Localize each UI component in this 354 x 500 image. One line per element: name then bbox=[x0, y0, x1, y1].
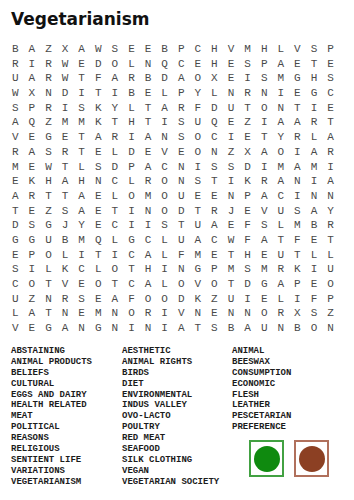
grid-cell[interactable]: N bbox=[173, 160, 190, 175]
grid-cell[interactable]: L bbox=[306, 130, 323, 145]
grid-cell[interactable]: A bbox=[140, 160, 157, 175]
grid-cell[interactable]: U bbox=[223, 101, 240, 116]
grid-cell[interactable]: E bbox=[173, 145, 190, 160]
grid-cell[interactable]: A bbox=[7, 189, 24, 204]
grid-cell[interactable]: A bbox=[206, 218, 223, 233]
grid-cell[interactable]: W bbox=[90, 42, 107, 57]
grid-cell[interactable]: D bbox=[173, 204, 190, 219]
grid-cell[interactable]: T bbox=[73, 71, 90, 86]
grid-cell[interactable]: J bbox=[57, 218, 74, 233]
grid-cell[interactable]: E bbox=[223, 218, 240, 233]
grid-cell[interactable]: T bbox=[306, 57, 323, 72]
grid-cell[interactable]: M bbox=[140, 189, 157, 204]
grid-cell[interactable]: L bbox=[123, 174, 140, 189]
grid-cell[interactable]: P bbox=[173, 86, 190, 101]
grid-cell[interactable]: R bbox=[289, 130, 306, 145]
grid-cell[interactable]: L bbox=[107, 145, 124, 160]
grid-cell[interactable]: I bbox=[156, 115, 173, 130]
grid-cell[interactable]: T bbox=[90, 248, 107, 263]
grid-cell[interactable]: E bbox=[90, 204, 107, 219]
grid-cell[interactable]: L bbox=[156, 233, 173, 248]
grid-cell[interactable]: I bbox=[306, 174, 323, 189]
grid-cell[interactable]: E bbox=[322, 57, 339, 72]
grid-cell[interactable]: N bbox=[90, 174, 107, 189]
grid-cell[interactable]: S bbox=[73, 101, 90, 116]
grid-cell[interactable]: O bbox=[156, 189, 173, 204]
grid-cell[interactable]: G bbox=[256, 277, 273, 292]
grid-cell[interactable]: Z bbox=[239, 115, 256, 130]
grid-cell[interactable]: C bbox=[322, 86, 339, 101]
grid-cell[interactable]: D bbox=[57, 86, 74, 101]
grid-cell[interactable]: O bbox=[107, 262, 124, 277]
grid-cell[interactable]: A bbox=[24, 145, 41, 160]
grid-cell[interactable]: C bbox=[123, 248, 140, 263]
grid-cell[interactable]: S bbox=[306, 306, 323, 321]
grid-cell[interactable]: A bbox=[24, 42, 41, 57]
grid-cell[interactable]: X bbox=[289, 306, 306, 321]
grid-cell[interactable]: R bbox=[322, 145, 339, 160]
grid-cell[interactable]: Q bbox=[24, 115, 41, 130]
grid-cell[interactable]: I bbox=[256, 160, 273, 175]
grid-cell[interactable]: S bbox=[206, 321, 223, 336]
grid-cell[interactable]: O bbox=[190, 130, 207, 145]
grid-cell[interactable]: A bbox=[7, 115, 24, 130]
grid-cell[interactable]: I bbox=[140, 218, 157, 233]
grid-cell[interactable]: D bbox=[173, 292, 190, 307]
grid-cell[interactable]: L bbox=[123, 57, 140, 72]
grid-cell[interactable]: N bbox=[223, 306, 240, 321]
grid-cell[interactable]: R bbox=[123, 71, 140, 86]
grid-cell[interactable]: W bbox=[40, 160, 57, 175]
grid-cell[interactable]: E bbox=[73, 306, 90, 321]
grid-cell[interactable]: I bbox=[123, 130, 140, 145]
grid-cell[interactable]: R bbox=[140, 306, 157, 321]
green-marker-button[interactable] bbox=[249, 440, 284, 477]
grid-cell[interactable]: U bbox=[322, 262, 339, 277]
grid-cell[interactable]: E bbox=[7, 174, 24, 189]
grid-cell[interactable]: B bbox=[306, 218, 323, 233]
grid-cell[interactable]: R bbox=[206, 204, 223, 219]
grid-cell[interactable]: V bbox=[190, 277, 207, 292]
grid-cell[interactable]: U bbox=[7, 292, 24, 307]
grid-cell[interactable]: N bbox=[206, 145, 223, 160]
grid-cell[interactable]: N bbox=[239, 306, 256, 321]
grid-cell[interactable]: K bbox=[289, 262, 306, 277]
grid-cell[interactable]: X bbox=[206, 71, 223, 86]
grid-cell[interactable]: N bbox=[40, 86, 57, 101]
grid-cell[interactable]: S bbox=[206, 160, 223, 175]
grid-cell[interactable]: A bbox=[289, 115, 306, 130]
grid-cell[interactable]: B bbox=[140, 71, 157, 86]
grid-cell[interactable]: N bbox=[273, 101, 290, 116]
grid-cell[interactable]: P bbox=[289, 277, 306, 292]
grid-cell[interactable]: O bbox=[123, 189, 140, 204]
grid-cell[interactable]: I bbox=[289, 145, 306, 160]
grid-cell[interactable]: N bbox=[107, 321, 124, 336]
grid-cell[interactable]: I bbox=[239, 71, 256, 86]
grid-cell[interactable]: S bbox=[223, 160, 240, 175]
grid-cell[interactable]: X bbox=[24, 86, 41, 101]
grid-cell[interactable]: O bbox=[190, 145, 207, 160]
grid-cell[interactable]: E bbox=[206, 248, 223, 263]
grid-cell[interactable]: O bbox=[256, 101, 273, 116]
grid-cell[interactable]: S bbox=[289, 204, 306, 219]
grid-cell[interactable]: R bbox=[57, 292, 74, 307]
grid-cell[interactable]: S bbox=[7, 101, 24, 116]
grid-cell[interactable]: M bbox=[190, 248, 207, 263]
grid-cell[interactable]: T bbox=[57, 189, 74, 204]
grid-cell[interactable]: E bbox=[223, 57, 240, 72]
grid-cell[interactable]: A bbox=[322, 174, 339, 189]
grid-cell[interactable]: U bbox=[273, 248, 290, 263]
grid-cell[interactable]: N bbox=[73, 321, 90, 336]
grid-cell[interactable]: T bbox=[239, 101, 256, 116]
grid-cell[interactable]: P bbox=[123, 160, 140, 175]
grid-cell[interactable]: E bbox=[140, 42, 157, 57]
grid-cell[interactable]: R bbox=[7, 57, 24, 72]
grid-cell[interactable]: E bbox=[24, 130, 41, 145]
grid-cell[interactable]: G bbox=[123, 233, 140, 248]
grid-cell[interactable]: T bbox=[223, 277, 240, 292]
grid-cell[interactable]: D bbox=[156, 71, 173, 86]
grid-cell[interactable]: E bbox=[73, 57, 90, 72]
grid-cell[interactable]: G bbox=[289, 71, 306, 86]
grid-cell[interactable]: I bbox=[73, 248, 90, 263]
grid-cell[interactable]: V bbox=[57, 277, 74, 292]
grid-cell[interactable]: D bbox=[239, 277, 256, 292]
grid-cell[interactable]: A bbox=[57, 321, 74, 336]
grid-cell[interactable]: V bbox=[173, 306, 190, 321]
grid-cell[interactable]: A bbox=[173, 321, 190, 336]
grid-cell[interactable]: E bbox=[24, 204, 41, 219]
grid-cell[interactable]: D bbox=[90, 57, 107, 72]
grid-cell[interactable]: U bbox=[190, 115, 207, 130]
grid-cell[interactable]: B bbox=[57, 233, 74, 248]
grid-cell[interactable]: M bbox=[273, 160, 290, 175]
grid-cell[interactable]: S bbox=[322, 71, 339, 86]
grid-cell[interactable]: S bbox=[306, 42, 323, 57]
grid-cell[interactable]: E bbox=[239, 204, 256, 219]
grid-cell[interactable]: I bbox=[123, 204, 140, 219]
grid-cell[interactable]: E bbox=[90, 292, 107, 307]
grid-cell[interactable]: N bbox=[322, 321, 339, 336]
grid-cell[interactable]: B bbox=[7, 42, 24, 57]
grid-cell[interactable]: N bbox=[256, 86, 273, 101]
grid-cell[interactable]: E bbox=[140, 86, 157, 101]
grid-cell[interactable]: E bbox=[90, 218, 107, 233]
grid-cell[interactable]: C bbox=[190, 42, 207, 57]
grid-cell[interactable]: A bbox=[322, 130, 339, 145]
grid-cell[interactable]: A bbox=[90, 130, 107, 145]
grid-cell[interactable]: M bbox=[306, 160, 323, 175]
grid-cell[interactable]: T bbox=[173, 218, 190, 233]
grid-cell[interactable]: Z bbox=[206, 292, 223, 307]
grid-cell[interactable]: E bbox=[140, 145, 157, 160]
grid-cell[interactable]: E bbox=[223, 71, 240, 86]
grid-cell[interactable]: T bbox=[322, 233, 339, 248]
grid-cell[interactable]: T bbox=[40, 277, 57, 292]
grid-cell[interactable]: S bbox=[57, 204, 74, 219]
grid-cell[interactable]: A bbox=[73, 42, 90, 57]
grid-cell[interactable]: E bbox=[206, 306, 223, 321]
grid-cell[interactable]: A bbox=[256, 189, 273, 204]
grid-cell[interactable]: C bbox=[107, 174, 124, 189]
grid-cell[interactable]: N bbox=[289, 174, 306, 189]
grid-cell[interactable]: S bbox=[190, 174, 207, 189]
grid-cell[interactable]: A bbox=[24, 306, 41, 321]
grid-cell[interactable]: G bbox=[7, 233, 24, 248]
grid-cell[interactable]: L bbox=[156, 86, 173, 101]
grid-cell[interactable]: G bbox=[24, 233, 41, 248]
grid-cell[interactable]: T bbox=[190, 204, 207, 219]
grid-cell[interactable]: P bbox=[206, 262, 223, 277]
grid-cell[interactable]: I bbox=[24, 57, 41, 72]
grid-cell[interactable]: W bbox=[57, 57, 74, 72]
grid-cell[interactable]: I bbox=[289, 292, 306, 307]
grid-cell[interactable]: O bbox=[156, 204, 173, 219]
grid-cell[interactable]: I bbox=[73, 86, 90, 101]
grid-cell[interactable]: H bbox=[40, 174, 57, 189]
grid-cell[interactable]: Y bbox=[322, 204, 339, 219]
grid-cell[interactable]: C bbox=[107, 218, 124, 233]
grid-cell[interactable]: L bbox=[7, 306, 24, 321]
grid-cell[interactable]: F bbox=[239, 233, 256, 248]
grid-cell[interactable]: E bbox=[256, 248, 273, 263]
grid-cell[interactable]: A bbox=[57, 174, 74, 189]
grid-cell[interactable]: S bbox=[24, 218, 41, 233]
grid-cell[interactable]: D bbox=[123, 145, 140, 160]
grid-cell[interactable]: D bbox=[206, 101, 223, 116]
grid-cell[interactable]: I bbox=[273, 86, 290, 101]
grid-cell[interactable]: F bbox=[289, 233, 306, 248]
grid-cell[interactable]: E bbox=[239, 130, 256, 145]
grid-cell[interactable]: W bbox=[223, 233, 240, 248]
grid-cell[interactable]: N bbox=[140, 321, 157, 336]
grid-cell[interactable]: O bbox=[156, 174, 173, 189]
grid-cell[interactable]: Q bbox=[90, 233, 107, 248]
grid-cell[interactable]: O bbox=[322, 277, 339, 292]
grid-cell[interactable]: C bbox=[7, 277, 24, 292]
grid-cell[interactable]: L bbox=[156, 277, 173, 292]
grid-cell[interactable]: I bbox=[57, 101, 74, 116]
grid-cell[interactable]: V bbox=[156, 145, 173, 160]
grid-cell[interactable]: L bbox=[107, 233, 124, 248]
grid-cell[interactable]: T bbox=[223, 248, 240, 263]
grid-cell[interactable]: D bbox=[239, 160, 256, 175]
grid-cell[interactable]: R bbox=[140, 174, 157, 189]
grid-cell[interactable]: G bbox=[90, 321, 107, 336]
grid-cell[interactable]: U bbox=[223, 292, 240, 307]
grid-cell[interactable]: F bbox=[123, 292, 140, 307]
grid-cell[interactable]: N bbox=[273, 321, 290, 336]
grid-cell[interactable]: C bbox=[273, 189, 290, 204]
grid-cell[interactable]: M bbox=[273, 71, 290, 86]
grid-cell[interactable]: T bbox=[73, 130, 90, 145]
grid-cell[interactable]: R bbox=[40, 101, 57, 116]
grid-cell[interactable]: A bbox=[140, 130, 157, 145]
grid-cell[interactable]: N bbox=[173, 174, 190, 189]
grid-cell[interactable]: O bbox=[107, 57, 124, 72]
grid-cell[interactable]: L bbox=[90, 262, 107, 277]
grid-cell[interactable]: E bbox=[190, 189, 207, 204]
grid-cell[interactable]: T bbox=[57, 160, 74, 175]
grid-cell[interactable]: S bbox=[107, 42, 124, 57]
grid-cell[interactable]: P bbox=[239, 189, 256, 204]
grid-cell[interactable]: A bbox=[140, 277, 157, 292]
grid-cell[interactable]: U bbox=[173, 233, 190, 248]
grid-cell[interactable]: N bbox=[306, 189, 323, 204]
grid-cell[interactable]: S bbox=[239, 262, 256, 277]
grid-cell[interactable]: U bbox=[256, 321, 273, 336]
grid-cell[interactable]: A bbox=[173, 71, 190, 86]
grid-cell[interactable]: R bbox=[306, 115, 323, 130]
grid-cell[interactable]: Z bbox=[40, 115, 57, 130]
grid-cell[interactable]: L bbox=[273, 42, 290, 57]
grid-cell[interactable]: T bbox=[123, 262, 140, 277]
grid-cell[interactable]: O bbox=[140, 292, 157, 307]
grid-cell[interactable]: I bbox=[256, 115, 273, 130]
grid-cell[interactable]: M bbox=[90, 306, 107, 321]
grid-cell[interactable]: E bbox=[256, 292, 273, 307]
grid-cell[interactable]: O bbox=[206, 277, 223, 292]
grid-cell[interactable]: B bbox=[289, 321, 306, 336]
grid-cell[interactable]: L bbox=[107, 189, 124, 204]
grid-cell[interactable]: E bbox=[73, 277, 90, 292]
grid-cell[interactable]: I bbox=[107, 248, 124, 263]
grid-cell[interactable]: E bbox=[123, 42, 140, 57]
grid-cell[interactable]: E bbox=[57, 130, 74, 145]
grid-cell[interactable]: L bbox=[322, 248, 339, 263]
grid-cell[interactable]: N bbox=[223, 189, 240, 204]
grid-cell[interactable]: I bbox=[190, 160, 207, 175]
grid-cell[interactable]: A bbox=[289, 160, 306, 175]
grid-cell[interactable]: E bbox=[289, 57, 306, 72]
grid-cell[interactable]: L bbox=[156, 248, 173, 263]
grid-cell[interactable]: V bbox=[7, 130, 24, 145]
grid-cell[interactable]: S bbox=[156, 218, 173, 233]
grid-cell[interactable]: T bbox=[140, 101, 157, 116]
grid-cell[interactable]: M bbox=[57, 115, 74, 130]
grid-cell[interactable]: J bbox=[223, 204, 240, 219]
grid-cell[interactable]: P bbox=[24, 101, 41, 116]
grid-cell[interactable]: K bbox=[24, 174, 41, 189]
grid-cell[interactable]: Z bbox=[223, 145, 240, 160]
grid-cell[interactable]: U bbox=[273, 204, 290, 219]
grid-cell[interactable]: V bbox=[289, 42, 306, 57]
grid-cell[interactable]: E bbox=[90, 189, 107, 204]
grid-cell[interactable]: P bbox=[322, 42, 339, 57]
grid-cell[interactable]: X bbox=[57, 42, 74, 57]
grid-cell[interactable]: Z bbox=[40, 42, 57, 57]
grid-cell[interactable]: N bbox=[140, 57, 157, 72]
grid-cell[interactable]: O bbox=[90, 277, 107, 292]
grid-cell[interactable]: I bbox=[107, 86, 124, 101]
grid-cell[interactable]: R bbox=[40, 57, 57, 72]
grid-cell[interactable]: E bbox=[190, 57, 207, 72]
grid-cell[interactable]: V bbox=[256, 204, 273, 219]
grid-cell[interactable]: R bbox=[57, 145, 74, 160]
grid-cell[interactable]: W bbox=[57, 71, 74, 86]
grid-cell[interactable]: R bbox=[273, 306, 290, 321]
grid-cell[interactable]: E bbox=[90, 145, 107, 160]
grid-cell[interactable]: Q bbox=[156, 57, 173, 72]
grid-cell[interactable]: I bbox=[239, 292, 256, 307]
grid-cell[interactable]: I bbox=[223, 174, 240, 189]
grid-cell[interactable]: T bbox=[256, 130, 273, 145]
grid-cell[interactable]: D bbox=[7, 218, 24, 233]
grid-cell[interactable]: N bbox=[156, 130, 173, 145]
grid-cell[interactable]: F bbox=[173, 248, 190, 263]
grid-cell[interactable]: L bbox=[40, 262, 57, 277]
grid-cell[interactable]: C bbox=[206, 233, 223, 248]
grid-cell[interactable]: F bbox=[90, 71, 107, 86]
grid-cell[interactable]: A bbox=[256, 233, 273, 248]
grid-cell[interactable]: T bbox=[273, 233, 290, 248]
grid-cell[interactable]: L bbox=[306, 248, 323, 263]
grid-cell[interactable]: I bbox=[123, 321, 140, 336]
grid-cell[interactable]: T bbox=[73, 145, 90, 160]
grid-cell[interactable]: S bbox=[256, 218, 273, 233]
grid-cell[interactable]: H bbox=[206, 57, 223, 72]
grid-cell[interactable]: R bbox=[173, 101, 190, 116]
grid-cell[interactable]: P bbox=[322, 292, 339, 307]
grid-cell[interactable]: H bbox=[256, 42, 273, 57]
grid-cell[interactable]: I bbox=[156, 321, 173, 336]
grid-cell[interactable]: T bbox=[289, 248, 306, 263]
grid-cell[interactable]: E bbox=[7, 248, 24, 263]
grid-cell[interactable]: Z bbox=[322, 306, 339, 321]
grid-cell[interactable]: R bbox=[273, 262, 290, 277]
grid-cell[interactable]: N bbox=[223, 86, 240, 101]
grid-cell[interactable]: I bbox=[156, 306, 173, 321]
grid-cell[interactable]: O bbox=[156, 292, 173, 307]
grid-cell[interactable]: A bbox=[140, 248, 157, 263]
grid-cell[interactable]: A bbox=[73, 189, 90, 204]
grid-cell[interactable]: L bbox=[123, 101, 140, 116]
grid-cell[interactable]: C bbox=[156, 160, 173, 175]
grid-cell[interactable]: C bbox=[140, 233, 157, 248]
grid-cell[interactable]: C bbox=[73, 262, 90, 277]
grid-cell[interactable]: M bbox=[73, 233, 90, 248]
grid-cell[interactable]: U bbox=[40, 233, 57, 248]
grid-cell[interactable]: F bbox=[306, 292, 323, 307]
grid-cell[interactable]: S bbox=[90, 160, 107, 175]
grid-cell[interactable]: S bbox=[256, 71, 273, 86]
grid-cell[interactable]: R bbox=[24, 189, 41, 204]
grid-cell[interactable]: I bbox=[322, 160, 339, 175]
grid-cell[interactable]: P bbox=[173, 42, 190, 57]
grid-cell[interactable]: O bbox=[173, 277, 190, 292]
grid-cell[interactable]: A bbox=[73, 204, 90, 219]
grid-cell[interactable]: S bbox=[239, 57, 256, 72]
grid-cell[interactable]: I bbox=[289, 189, 306, 204]
grid-cell[interactable]: H bbox=[73, 174, 90, 189]
grid-cell[interactable]: A bbox=[190, 233, 207, 248]
grid-cell[interactable]: L bbox=[57, 248, 74, 263]
grid-cell[interactable]: S bbox=[40, 145, 57, 160]
grid-cell[interactable]: R bbox=[107, 130, 124, 145]
grid-cell[interactable]: U bbox=[173, 189, 190, 204]
grid-cell[interactable]: I bbox=[306, 262, 323, 277]
grid-cell[interactable]: R bbox=[322, 218, 339, 233]
grid-cell[interactable]: E bbox=[306, 233, 323, 248]
grid-cell[interactable]: P bbox=[256, 57, 273, 72]
grid-cell[interactable]: N bbox=[173, 262, 190, 277]
grid-cell[interactable]: E bbox=[322, 101, 339, 116]
brown-marker-button[interactable] bbox=[294, 440, 329, 477]
grid-cell[interactable]: L bbox=[273, 218, 290, 233]
grid-cell[interactable]: G bbox=[40, 130, 57, 145]
